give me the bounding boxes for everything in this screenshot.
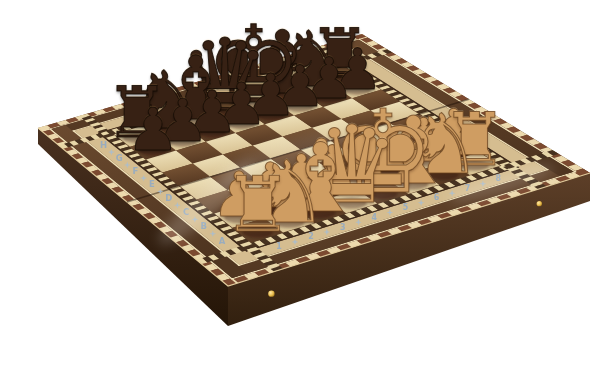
chess-set-photo: ABCDEFGH12345678 ♜♞♟♝♟♚♟♛♟♝♟♞♟♜♟♟♟♟♜♟♞♟♝… xyxy=(0,0,600,380)
file-label-f: F xyxy=(133,166,139,176)
file-label-g: G xyxy=(116,153,123,163)
white-rook-a1[interactable]: ♜ xyxy=(224,167,292,243)
file-label-e: E xyxy=(149,179,155,189)
brass-pin xyxy=(537,201,542,206)
black-pawn-a7[interactable]: ♟ xyxy=(126,100,179,159)
brass-pin xyxy=(268,290,274,296)
file-label-d: D xyxy=(165,193,172,203)
